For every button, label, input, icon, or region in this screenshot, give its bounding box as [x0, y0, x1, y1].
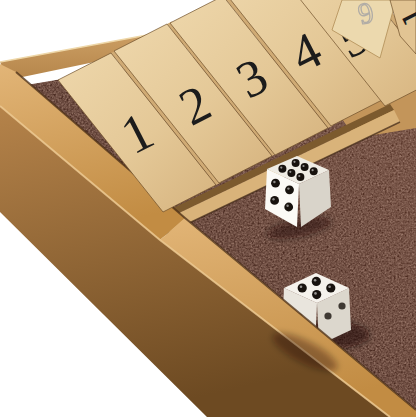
shut-the-box-photo: 1 2 3 4 5 6 7: [0, 0, 416, 417]
